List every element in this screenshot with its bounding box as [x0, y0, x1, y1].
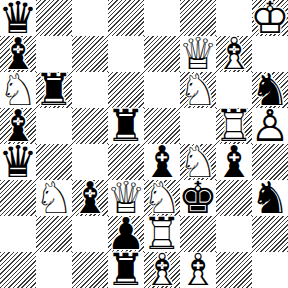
piece-glyph: ♜: [108, 108, 144, 144]
square-b8[interactable]: [36, 0, 72, 36]
square-d8[interactable]: [108, 0, 144, 36]
piece-glyph: ♘: [36, 180, 72, 216]
square-h5[interactable]: ♟♙: [252, 108, 288, 144]
square-d5[interactable]: ♜♜: [108, 108, 144, 144]
square-g4[interactable]: ♝♝: [216, 144, 252, 180]
square-e1[interactable]: ♝♗: [144, 252, 180, 288]
piece-black-rook[interactable]: ♜♜: [108, 108, 144, 144]
square-g7[interactable]: ♝♗: [216, 36, 252, 72]
piece-glyph: ♝: [216, 144, 252, 180]
square-b3[interactable]: ♞♘: [36, 180, 72, 216]
piece-white-knight[interactable]: ♞♘: [36, 180, 72, 216]
square-d1[interactable]: ♜♜: [108, 252, 144, 288]
piece-black-queen[interactable]: ♛♛: [0, 144, 36, 180]
square-e8[interactable]: [144, 0, 180, 36]
square-g1[interactable]: [216, 252, 252, 288]
square-e7[interactable]: [144, 36, 180, 72]
piece-glyph: ♜: [36, 72, 72, 108]
piece-glyph: ♘: [180, 72, 216, 108]
square-c7[interactable]: [72, 36, 108, 72]
piece-glyph: ♜: [108, 252, 144, 288]
piece-glyph: ♗: [216, 36, 252, 72]
square-c6[interactable]: [72, 72, 108, 108]
piece-glyph: ♞: [252, 180, 288, 216]
square-d7[interactable]: [108, 36, 144, 72]
square-c3[interactable]: ♝♝: [72, 180, 108, 216]
piece-white-bishop[interactable]: ♝♗: [216, 36, 252, 72]
square-a4[interactable]: ♛♛: [0, 144, 36, 180]
square-b6[interactable]: ♜♜: [36, 72, 72, 108]
piece-glyph: ♛: [0, 144, 36, 180]
piece-black-rook[interactable]: ♜♜: [108, 252, 144, 288]
square-h3[interactable]: ♞♞: [252, 180, 288, 216]
piece-white-pawn[interactable]: ♟♙: [252, 108, 288, 144]
piece-white-king[interactable]: ♚♔: [252, 0, 288, 36]
square-a2[interactable]: [0, 216, 36, 252]
square-f1[interactable]: ♝♗: [180, 252, 216, 288]
piece-black-king[interactable]: ♚♚: [180, 180, 216, 216]
piece-glyph: ♙: [252, 108, 288, 144]
piece-white-knight[interactable]: ♞♘: [180, 72, 216, 108]
square-c5[interactable]: [72, 108, 108, 144]
piece-glyph: ♚: [180, 180, 216, 216]
piece-glyph: ♗: [180, 252, 216, 288]
square-c8[interactable]: [72, 0, 108, 36]
piece-glyph: ♗: [144, 252, 180, 288]
chess-board: ♛♛♚♔♝♝♛♕♝♗♞♘♜♜♞♘♞♞♝♝♜♜♜♖♟♙♛♛♝♝♞♘♝♝♞♘♝♝♛♕…: [0, 0, 288, 288]
piece-glyph: ♔: [252, 0, 288, 36]
square-f6[interactable]: ♞♘: [180, 72, 216, 108]
piece-black-rook[interactable]: ♜♜: [36, 72, 72, 108]
piece-white-bishop[interactable]: ♝♗: [180, 252, 216, 288]
square-b1[interactable]: [36, 252, 72, 288]
square-h1[interactable]: [252, 252, 288, 288]
piece-black-knight[interactable]: ♞♞: [252, 180, 288, 216]
square-g2[interactable]: [216, 216, 252, 252]
square-h8[interactable]: ♚♔: [252, 0, 288, 36]
square-f3[interactable]: ♚♚: [180, 180, 216, 216]
square-a1[interactable]: [0, 252, 36, 288]
square-c1[interactable]: [72, 252, 108, 288]
piece-white-bishop[interactable]: ♝♗: [144, 252, 180, 288]
square-e6[interactable]: [144, 72, 180, 108]
piece-glyph: ♝: [72, 180, 108, 216]
piece-black-bishop[interactable]: ♝♝: [72, 180, 108, 216]
piece-black-bishop[interactable]: ♝♝: [216, 144, 252, 180]
